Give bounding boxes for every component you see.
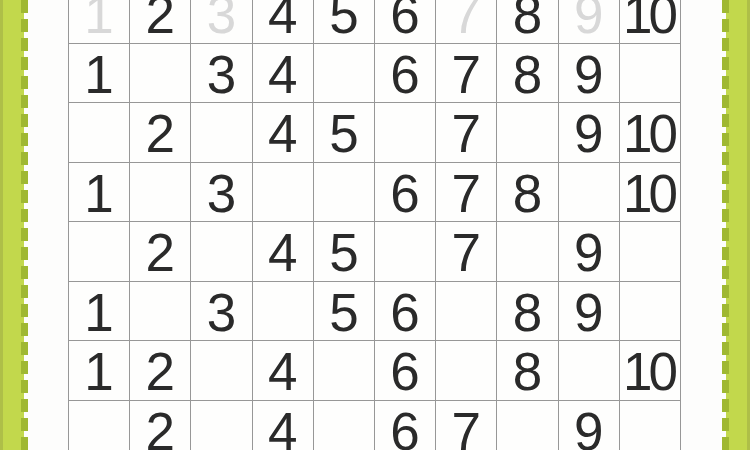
- grid-cell-r2-c2-blank: [130, 44, 191, 104]
- grid-cell-r6-c6: 6: [375, 282, 436, 342]
- grid-cell-r4-c4-blank: [253, 163, 314, 223]
- grid-cell-r1-c4: 4: [253, 0, 314, 44]
- grid-cell-r8-c1-blank: [69, 401, 130, 450]
- grid-cell-r3-c3-blank: [191, 103, 252, 163]
- grid-cell-r7-c10: 10: [620, 341, 681, 401]
- grid-cell-r6-c5: 5: [314, 282, 375, 342]
- grid-cell-r8-c3-blank: [191, 401, 252, 450]
- grid-cell-r7-c1: 1: [69, 341, 130, 401]
- grid-cell-r1-c6: 6: [375, 0, 436, 44]
- grid-cell-r1-c3: 3: [191, 0, 252, 44]
- grid-cell-r5-c4: 4: [253, 222, 314, 282]
- grid-cell-r4-c8: 8: [497, 163, 558, 223]
- grid-cell-r3-c8-blank: [497, 103, 558, 163]
- grid-cell-r1-c9: 9: [559, 0, 620, 44]
- grid-cell-r5-c10-blank: [620, 222, 681, 282]
- right-stitch-dashes-icon: [722, 0, 729, 450]
- grid-cell-r2-c8: 8: [497, 44, 558, 104]
- grid-cell-r8-c7: 7: [436, 401, 497, 450]
- grid-cell-r4-c2-blank: [130, 163, 191, 223]
- grid-cell-r5-c6-blank: [375, 222, 436, 282]
- grid-cell-r1-c8: 8: [497, 0, 558, 44]
- left-decorative-border: [0, 0, 24, 450]
- grid-cell-r8-c10-blank: [620, 401, 681, 450]
- grid-cell-r1-c7: 7: [436, 0, 497, 44]
- grid-cell-r6-c8: 8: [497, 282, 558, 342]
- grid-cell-r5-c8-blank: [497, 222, 558, 282]
- grid-cell-r1-c2: 2: [130, 0, 191, 44]
- grid-cell-r7-c4: 4: [253, 341, 314, 401]
- grid-cell-r3-c5: 5: [314, 103, 375, 163]
- grid-cell-r1-c10: 10: [620, 0, 681, 44]
- right-decorative-border: [726, 0, 750, 450]
- grid-cell-r5-c2: 2: [130, 222, 191, 282]
- grid-cell-r1-c5: 5: [314, 0, 375, 44]
- grid-cell-r6-c10-blank: [620, 282, 681, 342]
- left-stitch-dashes-icon: [21, 0, 28, 450]
- grid-cell-r4-c7: 7: [436, 163, 497, 223]
- grid-cell-r3-c4: 4: [253, 103, 314, 163]
- grid-cell-r8-c8-blank: [497, 401, 558, 450]
- grid-cell-r7-c8: 8: [497, 341, 558, 401]
- grid-cell-r6-c4-blank: [253, 282, 314, 342]
- grid-cell-r8-c2: 2: [130, 401, 191, 450]
- grid-cell-r2-c9: 9: [559, 44, 620, 104]
- grid-cell-r3-c1-blank: [69, 103, 130, 163]
- grid-cell-r7-c6: 6: [375, 341, 436, 401]
- grid-cell-r3-c6-blank: [375, 103, 436, 163]
- grid-cell-r8-c6: 6: [375, 401, 436, 450]
- grid-cell-r4-c5-blank: [314, 163, 375, 223]
- grid-cell-r2-c6: 6: [375, 44, 436, 104]
- grid-cell-r7-c9-blank: [559, 341, 620, 401]
- grid-cell-r6-c7-blank: [436, 282, 497, 342]
- grid-cell-r3-c10: 10: [620, 103, 681, 163]
- grid-cell-r4-c3: 3: [191, 163, 252, 223]
- grid-cell-r7-c3-blank: [191, 341, 252, 401]
- grid-cell-r5-c7: 7: [436, 222, 497, 282]
- grid-cell-r7-c2: 2: [130, 341, 191, 401]
- grid-cell-r7-c5-blank: [314, 341, 375, 401]
- grid-cell-r4-c10: 10: [620, 163, 681, 223]
- grid-cell-r4-c6: 6: [375, 163, 436, 223]
- grid-cell-r2-c1: 1: [69, 44, 130, 104]
- grid-cell-r5-c9: 9: [559, 222, 620, 282]
- missing-numbers-grid: 1234567891013467892457910136781024579135…: [68, 0, 681, 450]
- grid-cell-r7-c7-blank: [436, 341, 497, 401]
- grid-cell-r4-c1: 1: [69, 163, 130, 223]
- grid-cell-r6-c2-blank: [130, 282, 191, 342]
- grid-cell-r6-c3: 3: [191, 282, 252, 342]
- grid-cell-r3-c7: 7: [436, 103, 497, 163]
- grid-cell-r2-c7: 7: [436, 44, 497, 104]
- grid-cell-r2-c5-blank: [314, 44, 375, 104]
- grid-cell-r2-c4: 4: [253, 44, 314, 104]
- grid-cell-r8-c5-blank: [314, 401, 375, 450]
- grid-cell-r1-c1: 1: [69, 0, 130, 44]
- grid-cell-r2-c10-blank: [620, 44, 681, 104]
- grid-cell-r6-c9: 9: [559, 282, 620, 342]
- grid-cell-r3-c9: 9: [559, 103, 620, 163]
- grid-cell-r5-c3-blank: [191, 222, 252, 282]
- grid-cell-r5-c1-blank: [69, 222, 130, 282]
- grid-cell-r3-c2: 2: [130, 103, 191, 163]
- grid-cell-r6-c1: 1: [69, 282, 130, 342]
- grid-cell-r4-c9-blank: [559, 163, 620, 223]
- grid-cell-r8-c9: 9: [559, 401, 620, 450]
- worksheet-page: { "game": "missing-numbers-worksheet", "…: [0, 0, 750, 450]
- grid-cell-r8-c4: 4: [253, 401, 314, 450]
- grid-cell-r5-c5: 5: [314, 222, 375, 282]
- grid-cell-r2-c3: 3: [191, 44, 252, 104]
